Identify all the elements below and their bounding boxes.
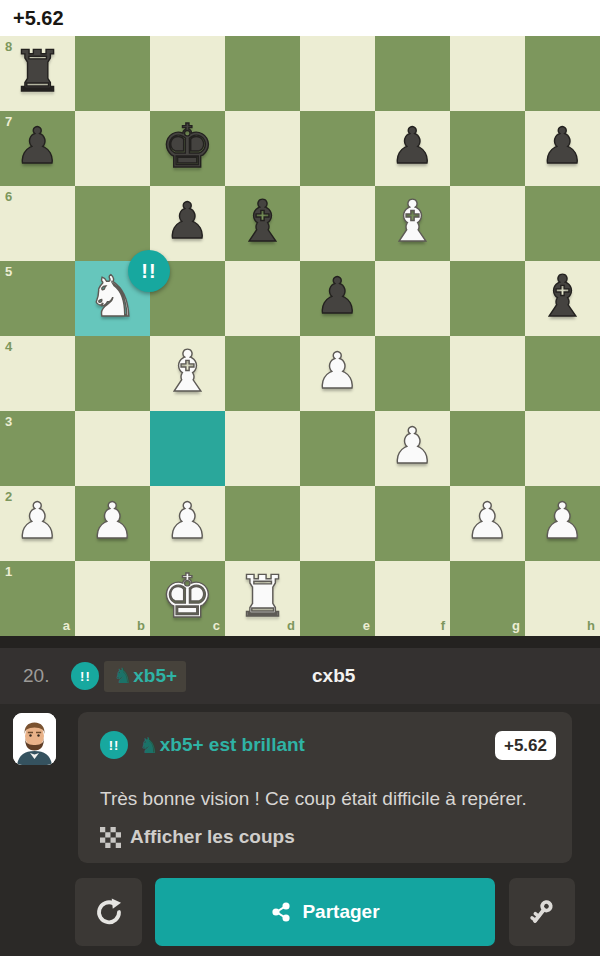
piece-white-pawn[interactable]: ♟︎ — [450, 486, 525, 561]
square-c1[interactable]: c♚︎ — [150, 561, 225, 636]
square-b4[interactable] — [75, 336, 150, 411]
square-e4[interactable]: ♟︎ — [300, 336, 375, 411]
mini-board-icon — [100, 827, 121, 848]
feedback-body-text: Très bonne vision ! Ce coup était diffic… — [100, 788, 527, 810]
coord-rank-3: 3 — [5, 415, 12, 428]
brilliant-badge-icon: !! — [71, 662, 99, 690]
square-a3[interactable]: 3 — [0, 411, 75, 486]
action-bar: Partager — [75, 878, 575, 946]
square-e2[interactable] — [300, 486, 375, 561]
move-feedback-card: !! ♞ xb5+ est brillant +5.62 Très bonne … — [78, 712, 572, 863]
square-h1[interactable]: h — [525, 561, 600, 636]
square-h4[interactable] — [525, 336, 600, 411]
piece-white-pawn[interactable]: ♟︎ — [300, 336, 375, 411]
coord-file-f: f — [441, 619, 445, 632]
square-a2[interactable]: 2♟︎ — [0, 486, 75, 561]
square-d4[interactable] — [225, 336, 300, 411]
square-e8[interactable] — [300, 36, 375, 111]
square-b1[interactable]: b — [75, 561, 150, 636]
retry-icon — [94, 897, 124, 927]
move-list-current-row[interactable]: 20. !! ♞ xb5+ cxb5 — [0, 648, 600, 704]
square-c2[interactable]: ♟︎ — [150, 486, 225, 561]
square-d3[interactable] — [225, 411, 300, 486]
square-c4[interactable]: ♝︎ — [150, 336, 225, 411]
key-moment-button[interactable] — [509, 878, 575, 946]
square-d8[interactable] — [225, 36, 300, 111]
square-d2[interactable] — [225, 486, 300, 561]
square-a8[interactable]: 8♜︎ — [0, 36, 75, 111]
white-move-notation: xb5+ — [133, 665, 177, 687]
coord-file-a: a — [63, 619, 70, 632]
square-g5[interactable] — [450, 261, 525, 336]
coord-file-b: b — [137, 619, 145, 632]
piece-white-pawn[interactable]: ♟︎ — [525, 486, 600, 561]
square-c8[interactable] — [150, 36, 225, 111]
show-moves-link[interactable]: Afficher les coups — [100, 826, 295, 848]
knight-icon: ♞ — [113, 664, 132, 688]
square-a4[interactable]: 4 — [0, 336, 75, 411]
square-a7[interactable]: 7♟︎ — [0, 111, 75, 186]
square-a5[interactable]: 5 — [0, 261, 75, 336]
square-h7[interactable]: ♟︎ — [525, 111, 600, 186]
piece-black-pawn[interactable]: ♟︎ — [0, 111, 75, 186]
square-e1[interactable]: e — [300, 561, 375, 636]
square-f8[interactable] — [375, 36, 450, 111]
piece-black-bishop[interactable]: ♝︎ — [525, 261, 600, 336]
square-d6[interactable]: ♝︎ — [225, 186, 300, 261]
square-g2[interactable]: ♟︎ — [450, 486, 525, 561]
piece-black-rook[interactable]: ♜︎ — [0, 36, 75, 111]
square-c6[interactable]: ♟︎ — [150, 186, 225, 261]
key-icon — [527, 897, 557, 927]
square-h3[interactable] — [525, 411, 600, 486]
square-f3[interactable]: ♟︎ — [375, 411, 450, 486]
square-g1[interactable]: g — [450, 561, 525, 636]
move-list-background — [0, 636, 600, 648]
share-icon — [270, 901, 292, 923]
square-c3[interactable] — [150, 411, 225, 486]
piece-black-pawn[interactable]: ♟︎ — [375, 111, 450, 186]
square-h2[interactable]: ♟︎ — [525, 486, 600, 561]
black-move-notation[interactable]: cxb5 — [312, 665, 355, 687]
square-e5[interactable]: ♟︎ — [300, 261, 375, 336]
brilliant-badge-icon: !! — [100, 731, 128, 759]
square-h6[interactable] — [525, 186, 600, 261]
square-g7[interactable] — [450, 111, 525, 186]
piece-white-bishop[interactable]: ♝︎ — [375, 186, 450, 261]
piece-black-pawn[interactable]: ♟︎ — [525, 111, 600, 186]
coord-file-h: h — [587, 619, 595, 632]
share-button[interactable]: Partager — [155, 878, 495, 946]
feedback-title-text: xb5+ est brillant — [160, 734, 305, 756]
piece-black-king[interactable]: ♚︎ — [150, 111, 225, 186]
square-f2[interactable] — [375, 486, 450, 561]
brilliant-badge-icon: !! — [128, 250, 170, 292]
square-b6[interactable] — [75, 186, 150, 261]
square-f1[interactable]: f — [375, 561, 450, 636]
chess-board[interactable]: 8♜︎7♟︎♚︎♟︎♟︎6♟︎♝︎♝︎5♞︎♟︎♝︎4♝︎♟︎3♟︎2♟︎♟︎♟… — [0, 36, 600, 636]
square-d5[interactable] — [225, 261, 300, 336]
square-g3[interactable] — [450, 411, 525, 486]
square-g6[interactable] — [450, 186, 525, 261]
feedback-title: ♞ xb5+ est brillant — [139, 733, 305, 758]
evaluation-value: +5.62 — [13, 7, 64, 30]
square-g8[interactable] — [450, 36, 525, 111]
evaluation-bar: +5.62 — [0, 0, 600, 36]
square-f7[interactable]: ♟︎ — [375, 111, 450, 186]
piece-white-pawn[interactable]: ♟︎ — [75, 486, 150, 561]
square-d1[interactable]: d♜︎ — [225, 561, 300, 636]
square-e3[interactable] — [300, 411, 375, 486]
white-move-chip[interactable]: ♞ xb5+ — [104, 661, 186, 692]
analysis-screen: +5.62 8♜︎7♟︎♚︎♟︎♟︎6♟︎♝︎♝︎5♞︎♟︎♝︎4♝︎♟︎3♟︎… — [0, 0, 600, 956]
coord-rank-4: 4 — [5, 340, 12, 353]
piece-black-pawn[interactable]: ♟︎ — [300, 261, 375, 336]
coord-file-e: e — [363, 619, 370, 632]
square-c7[interactable]: ♚︎ — [150, 111, 225, 186]
share-button-label: Partager — [302, 901, 379, 923]
coach-avatar — [13, 713, 56, 765]
square-h8[interactable] — [525, 36, 600, 111]
square-f5[interactable] — [375, 261, 450, 336]
move-number: 20. — [23, 665, 49, 687]
piece-black-pawn[interactable]: ♟︎ — [150, 186, 225, 261]
feedback-header: !! ♞ xb5+ est brillant — [100, 731, 305, 759]
piece-white-rook[interactable]: ♜︎ — [225, 561, 300, 636]
square-f6[interactable]: ♝︎ — [375, 186, 450, 261]
square-a6[interactable]: 6 — [0, 186, 75, 261]
piece-white-bishop[interactable]: ♝︎ — [150, 336, 225, 411]
square-e7[interactable] — [300, 111, 375, 186]
piece-white-pawn[interactable]: ♟︎ — [150, 486, 225, 561]
piece-white-king[interactable]: ♚︎ — [150, 561, 225, 636]
coord-rank-5: 5 — [5, 265, 12, 278]
square-e6[interactable] — [300, 186, 375, 261]
square-g4[interactable] — [450, 336, 525, 411]
evaluation-badge: +5.62 — [495, 731, 556, 760]
show-moves-label: Afficher les coups — [130, 826, 295, 848]
square-d7[interactable] — [225, 111, 300, 186]
coord-file-g: g — [512, 619, 520, 632]
square-b3[interactable] — [75, 411, 150, 486]
coord-rank-1: 1 — [5, 565, 12, 578]
coach-avatar-image — [13, 713, 56, 765]
retry-button[interactable] — [75, 878, 142, 946]
square-h5[interactable]: ♝︎ — [525, 261, 600, 336]
square-a1[interactable]: 1a — [0, 561, 75, 636]
piece-white-pawn[interactable]: ♟︎ — [375, 411, 450, 486]
square-b2[interactable]: ♟︎ — [75, 486, 150, 561]
square-b8[interactable] — [75, 36, 150, 111]
coord-rank-6: 6 — [5, 190, 12, 203]
knight-icon: ♞ — [139, 733, 159, 758]
square-f4[interactable] — [375, 336, 450, 411]
piece-white-pawn[interactable]: ♟︎ — [0, 486, 75, 561]
piece-black-bishop[interactable]: ♝︎ — [225, 186, 300, 261]
square-b7[interactable] — [75, 111, 150, 186]
